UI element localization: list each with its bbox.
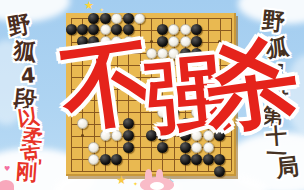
white-stone[interactable] <box>168 24 179 35</box>
black-stone[interactable] <box>191 24 202 35</box>
flower-decoration <box>0 180 14 190</box>
sparkle-icon: ★ <box>116 174 127 186</box>
black-stone[interactable] <box>203 154 214 165</box>
sparkle-icon: ✦ <box>99 7 104 13</box>
bunny-decoration <box>140 177 174 190</box>
black-stone[interactable] <box>191 154 202 165</box>
sparkle-icon: ★ <box>84 0 94 11</box>
title-char: 杀 <box>198 34 304 136</box>
video-thumbnail: 野狐4段以柔克刚 野狐4段第十一局 不强杀 ★✦★✦✦♥ <box>0 0 304 190</box>
white-stone[interactable] <box>88 154 99 165</box>
black-stone[interactable] <box>100 13 111 24</box>
white-stone[interactable] <box>88 142 99 153</box>
white-stone[interactable] <box>111 13 122 24</box>
caption-char: 局 <box>275 155 300 180</box>
black-stone[interactable] <box>157 24 168 35</box>
black-stone[interactable] <box>214 154 225 165</box>
star-point <box>150 40 153 43</box>
black-stone[interactable] <box>66 24 77 35</box>
black-stone[interactable] <box>100 154 111 165</box>
white-stone[interactable] <box>168 36 179 47</box>
black-stone[interactable] <box>180 154 191 165</box>
black-stone[interactable] <box>180 142 191 153</box>
black-stone[interactable] <box>88 13 99 24</box>
caption-char: 野 <box>6 12 33 39</box>
white-stone[interactable] <box>191 142 202 153</box>
caption-char: 4 <box>20 65 36 87</box>
white-stone[interactable] <box>180 24 191 35</box>
sparkle-icon: ✦ <box>133 181 138 187</box>
black-stone[interactable] <box>157 36 168 47</box>
caption-char: 刚 <box>15 161 37 183</box>
black-stone[interactable] <box>111 154 122 165</box>
sparkle-icon: ♥ <box>4 166 10 173</box>
white-stone[interactable] <box>180 36 191 47</box>
white-stone[interactable] <box>134 13 145 24</box>
black-stone[interactable] <box>123 142 134 153</box>
black-stone[interactable] <box>123 13 134 24</box>
caption-char: 狐 <box>13 39 39 65</box>
black-stone[interactable] <box>214 166 225 177</box>
